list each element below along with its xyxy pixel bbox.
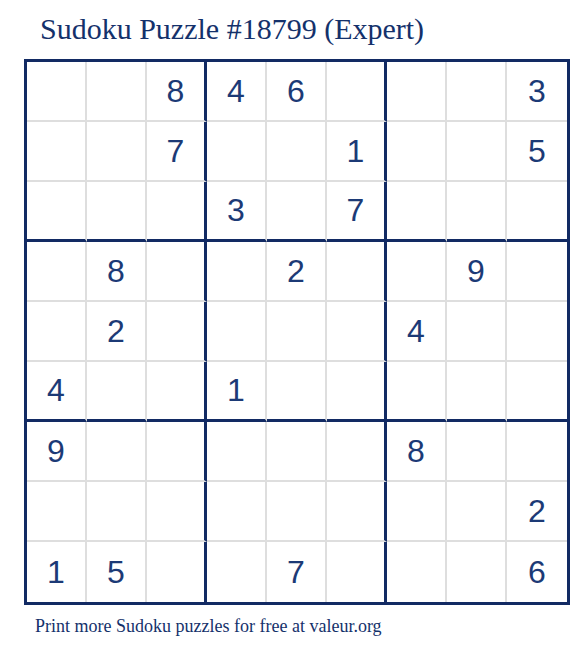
cell-r2c9[interactable]: 5 (507, 122, 567, 182)
cell-r1c1[interactable] (27, 62, 87, 122)
cell-r7c4[interactable] (207, 422, 267, 482)
cell-r8c1[interactable] (27, 482, 87, 542)
cell-r5c5[interactable] (267, 302, 327, 362)
cell-r5c3[interactable] (147, 302, 207, 362)
cell-r6c7[interactable] (387, 362, 447, 422)
cell-r3c5[interactable] (267, 182, 327, 242)
cell-r9c8[interactable] (447, 542, 507, 602)
cell-r1c6[interactable] (327, 62, 387, 122)
cell-r6c5[interactable] (267, 362, 327, 422)
cell-r5c1[interactable] (27, 302, 87, 362)
cell-r1c3[interactable]: 8 (147, 62, 207, 122)
cell-r4c1[interactable] (27, 242, 87, 302)
cell-r7c2[interactable] (87, 422, 147, 482)
cell-r7c9[interactable] (507, 422, 567, 482)
cell-r6c9[interactable] (507, 362, 567, 422)
cell-r3c6[interactable]: 7 (327, 182, 387, 242)
cell-r5c2[interactable]: 2 (87, 302, 147, 362)
cell-r8c8[interactable] (447, 482, 507, 542)
cell-r9c6[interactable] (327, 542, 387, 602)
cell-r2c8[interactable] (447, 122, 507, 182)
cell-r4c4[interactable] (207, 242, 267, 302)
cell-r6c4[interactable]: 1 (207, 362, 267, 422)
cell-r7c3[interactable] (147, 422, 207, 482)
cell-r5c7[interactable]: 4 (387, 302, 447, 362)
cell-r6c1[interactable]: 4 (27, 362, 87, 422)
cell-r5c4[interactable] (207, 302, 267, 362)
cell-r8c4[interactable] (207, 482, 267, 542)
cell-r2c1[interactable] (27, 122, 87, 182)
cell-r9c7[interactable] (387, 542, 447, 602)
cell-r3c2[interactable] (87, 182, 147, 242)
cell-r2c2[interactable] (87, 122, 147, 182)
cell-r8c5[interactable] (267, 482, 327, 542)
cell-r1c8[interactable] (447, 62, 507, 122)
cell-r2c4[interactable] (207, 122, 267, 182)
cell-r6c8[interactable] (447, 362, 507, 422)
cell-r6c6[interactable] (327, 362, 387, 422)
cell-r3c1[interactable] (27, 182, 87, 242)
cell-r3c4[interactable]: 3 (207, 182, 267, 242)
cell-r1c2[interactable] (87, 62, 147, 122)
cell-r8c3[interactable] (147, 482, 207, 542)
cell-r4c6[interactable] (327, 242, 387, 302)
cell-r9c3[interactable] (147, 542, 207, 602)
cell-r3c7[interactable] (387, 182, 447, 242)
cell-r7c1[interactable]: 9 (27, 422, 87, 482)
cell-r7c6[interactable] (327, 422, 387, 482)
footer-text: Print more Sudoku puzzles for free at va… (35, 616, 382, 637)
cell-r7c8[interactable] (447, 422, 507, 482)
cell-r4c9[interactable] (507, 242, 567, 302)
sudoku-page: Sudoku Puzzle #18799 (Expert) 8463715378… (0, 0, 580, 651)
cell-r9c1[interactable]: 1 (27, 542, 87, 602)
cell-r1c4[interactable]: 4 (207, 62, 267, 122)
cell-r1c7[interactable] (387, 62, 447, 122)
cell-r9c5[interactable]: 7 (267, 542, 327, 602)
cell-r1c5[interactable]: 6 (267, 62, 327, 122)
cell-r3c8[interactable] (447, 182, 507, 242)
cell-r3c9[interactable] (507, 182, 567, 242)
cell-r8c2[interactable] (87, 482, 147, 542)
cell-r9c4[interactable] (207, 542, 267, 602)
sudoku-board: 84637153782924419821576 (24, 59, 570, 605)
cell-r2c7[interactable] (387, 122, 447, 182)
cell-r1c9[interactable]: 3 (507, 62, 567, 122)
cell-r4c5[interactable]: 2 (267, 242, 327, 302)
cell-r5c8[interactable] (447, 302, 507, 362)
cell-r6c2[interactable] (87, 362, 147, 422)
cell-r4c2[interactable]: 8 (87, 242, 147, 302)
cell-r7c7[interactable]: 8 (387, 422, 447, 482)
cell-r4c7[interactable] (387, 242, 447, 302)
cell-r2c3[interactable]: 7 (147, 122, 207, 182)
cell-r5c6[interactable] (327, 302, 387, 362)
cell-r7c5[interactable] (267, 422, 327, 482)
cell-r3c3[interactable] (147, 182, 207, 242)
cell-r8c9[interactable]: 2 (507, 482, 567, 542)
cell-r8c6[interactable] (327, 482, 387, 542)
cell-r4c3[interactable] (147, 242, 207, 302)
page-title: Sudoku Puzzle #18799 (Expert) (40, 12, 424, 46)
cell-r2c5[interactable] (267, 122, 327, 182)
cell-r9c2[interactable]: 5 (87, 542, 147, 602)
cell-r5c9[interactable] (507, 302, 567, 362)
cell-r2c6[interactable]: 1 (327, 122, 387, 182)
cell-r6c3[interactable] (147, 362, 207, 422)
cell-r8c7[interactable] (387, 482, 447, 542)
cell-r4c8[interactable]: 9 (447, 242, 507, 302)
cell-r9c9[interactable]: 6 (507, 542, 567, 602)
